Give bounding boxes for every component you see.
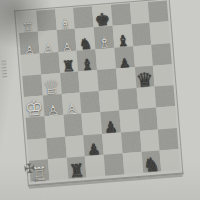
square-d4 — [80, 91, 100, 114]
square-a7: ♙ — [19, 32, 39, 55]
square-c8: ♗ — [55, 8, 75, 31]
square-c7: ♙ — [56, 29, 76, 52]
chess-board: ♖♗♚♙♙♙♞♗♝♜♝♟♕♛♔♙♙♟♟♖♜♞ — [14, 0, 184, 192]
board-grid: ♖♗♚♙♙♙♞♗♝♜♝♟♕♛♔♙♙♟♟♖♜♞ — [17, 0, 180, 181]
square-e4 — [99, 90, 119, 113]
square-a6 — [21, 53, 41, 76]
square-f2 — [121, 130, 141, 153]
square-d6: ♝ — [77, 49, 97, 72]
square-f3 — [119, 109, 139, 132]
square-b1 — [48, 158, 68, 181]
square-c2 — [65, 135, 85, 158]
square-d5 — [78, 70, 98, 93]
square-c4: ♙ — [61, 92, 81, 115]
square-a2 — [27, 138, 47, 161]
square-a5 — [22, 74, 42, 97]
square-a4: ♔ — [24, 95, 44, 118]
square-h3 — [156, 106, 176, 129]
square-f8 — [111, 3, 131, 26]
square-b3 — [44, 115, 64, 138]
square-c3 — [63, 114, 83, 137]
margin-emblem-icon: ✠ — [23, 160, 35, 176]
square-e7: ♗ — [94, 26, 114, 49]
square-d8 — [73, 6, 93, 29]
square-c5 — [60, 71, 80, 94]
square-g1: ♞ — [141, 150, 161, 173]
square-f5 — [116, 67, 136, 90]
square-e6 — [95, 47, 115, 70]
square-b2 — [46, 136, 66, 159]
square-g6 — [133, 44, 153, 67]
square-h5 — [153, 64, 173, 87]
square-b8 — [36, 9, 56, 32]
square-e8: ♚ — [92, 5, 112, 28]
square-h8 — [148, 0, 168, 23]
square-a8: ♖ — [17, 11, 37, 34]
square-g3 — [138, 108, 158, 131]
square-d2: ♟ — [83, 133, 103, 156]
square-c6: ♜ — [58, 50, 78, 73]
square-g4 — [136, 87, 156, 110]
square-g7 — [131, 23, 151, 46]
square-e5 — [97, 68, 117, 91]
square-c1: ♜ — [66, 156, 86, 179]
square-f1 — [122, 152, 142, 175]
square-a3 — [26, 117, 46, 140]
black-knight-g1: ♞ — [142, 154, 160, 174]
black-rook-c1: ♜ — [68, 161, 86, 180]
square-b7: ♙ — [38, 30, 58, 53]
square-d7: ♞ — [75, 27, 95, 50]
square-h6 — [151, 43, 171, 66]
square-g5: ♛ — [134, 65, 154, 88]
square-h4 — [155, 85, 175, 108]
square-h2 — [158, 127, 178, 150]
square-b4: ♙ — [43, 94, 63, 117]
square-h7 — [150, 22, 170, 45]
square-f6: ♟ — [114, 46, 134, 69]
margin-vertical-brand-text: ⵑⵑⵑⵑⵑⵑ — [0, 60, 8, 79]
board-frame: ♖♗♚♙♙♙♞♗♝♜♝♟♕♛♔♙♙♟♟♖♜♞ — [14, 0, 183, 187]
square-e2 — [102, 132, 122, 155]
square-d1 — [85, 155, 105, 178]
square-b6 — [39, 52, 59, 75]
margin-small-emblem-icon: ✢ — [33, 176, 39, 183]
square-e1 — [104, 153, 124, 176]
square-d3 — [82, 112, 102, 135]
square-b5: ♕ — [41, 73, 61, 96]
square-g2 — [139, 129, 159, 152]
square-g8 — [129, 2, 149, 25]
square-h1 — [160, 149, 180, 172]
square-e3: ♟ — [100, 111, 120, 134]
square-f4 — [117, 88, 137, 111]
square-f7: ♝ — [112, 25, 132, 48]
chessboard-photo: ♖♗♚♙♙♙♞♗♝♜♝♟♕♛♔♙♙♟♟♖♜♞ ✠ ✢ ⵑⵑⵑⵑⵑⵑ — [0, 0, 200, 200]
